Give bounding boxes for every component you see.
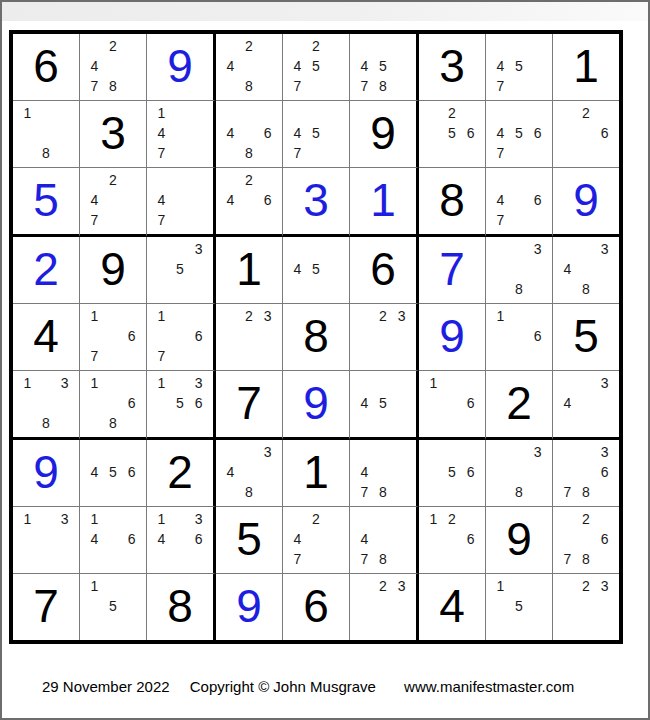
pencil-mark-5: 5: [374, 56, 393, 76]
pencil-marks: 16: [486, 304, 552, 370]
pencil-mark-7: 7: [152, 143, 171, 163]
pencil-mark-5: 5: [104, 462, 123, 482]
cell-r4c8[interactable]: 38: [486, 237, 553, 304]
cell-value: 2: [486, 371, 552, 437]
pencil-mark-6: 6: [189, 393, 208, 413]
cell-r2c1[interactable]: 18: [13, 101, 80, 168]
pencil-mark-7: 7: [491, 76, 510, 96]
cell-value: 4: [419, 574, 485, 640]
pencil-mark-4: 4: [355, 462, 374, 482]
pencil-mark-3: 3: [258, 442, 277, 462]
cell-r3c3[interactable]: 47: [147, 168, 216, 237]
cell-r5c2[interactable]: 167: [80, 304, 147, 371]
cell-value: 9: [216, 574, 282, 640]
pencil-mark-4: 4: [355, 56, 374, 76]
cell-value: 1: [553, 34, 619, 100]
pencil-marks: 147: [147, 101, 213, 167]
pencil-marks: 478: [350, 440, 416, 506]
cell-r6c7[interactable]: 16: [419, 371, 486, 440]
pencil-mark-8: 8: [104, 76, 123, 96]
pencil-mark-3: 3: [392, 576, 411, 596]
pencil-mark-6: 6: [461, 462, 480, 482]
pencil-mark-3: 3: [595, 373, 614, 393]
cell-r2c6[interactable]: 9: [350, 101, 419, 168]
pencil-marks: 138: [13, 371, 79, 437]
pencil-mark-5: 5: [171, 393, 190, 413]
pencil-marks: 23: [216, 304, 282, 370]
pencil-marks: 457: [283, 101, 349, 167]
cell-r4c4[interactable]: 1: [216, 237, 283, 304]
cell-r4c1[interactable]: 2: [13, 237, 80, 304]
pencil-mark-4: 4: [288, 259, 307, 279]
pencil-mark-6: 6: [461, 123, 480, 143]
pencil-marks: 47: [147, 168, 213, 234]
pencil-mark-2: 2: [104, 36, 123, 56]
pencil-mark-4: 4: [288, 529, 307, 549]
cell-r7c9[interactable]: 3678: [553, 440, 619, 507]
window-titlebar: [2, 2, 648, 21]
pencil-mark-7: 7: [558, 482, 577, 502]
cell-r3c7[interactable]: 8: [419, 168, 486, 237]
cell-r9c5[interactable]: 6: [283, 574, 350, 640]
pencil-mark-3: 3: [189, 509, 208, 529]
pencil-mark-8: 8: [240, 143, 259, 163]
pencil-mark-7: 7: [355, 76, 374, 96]
pencil-mark-6: 6: [528, 123, 547, 143]
pencil-mark-1: 1: [85, 306, 104, 326]
cell-r8c5[interactable]: 247: [283, 507, 350, 574]
pencil-mark-6: 6: [595, 123, 614, 143]
pencil-mark-3: 3: [55, 509, 74, 529]
pencil-mark-4: 4: [288, 56, 307, 76]
cell-r9c2[interactable]: 15: [80, 574, 147, 640]
pencil-marks: 348: [553, 237, 619, 303]
pencil-mark-6: 6: [122, 462, 141, 482]
pencil-marks: 348: [216, 440, 282, 506]
pencil-mark-1: 1: [424, 373, 443, 393]
pencil-mark-8: 8: [37, 413, 56, 433]
cell-value: 1: [216, 237, 282, 303]
cell-r5c8[interactable]: 16: [486, 304, 553, 371]
pencil-marks: 456: [80, 440, 146, 506]
cell-value: 8: [419, 168, 485, 234]
cell-value: 2: [147, 440, 213, 506]
pencil-marks: 478: [350, 507, 416, 573]
pencil-marks: 56: [419, 440, 485, 506]
pencil-mark-1: 1: [491, 306, 510, 326]
pencil-marks: 3678: [553, 440, 619, 506]
pencil-mark-8: 8: [374, 76, 393, 96]
cell-value: 3: [80, 101, 146, 167]
pencil-mark-3: 3: [528, 239, 547, 259]
pencil-mark-4: 4: [491, 123, 510, 143]
pencil-mark-4: 4: [85, 56, 104, 76]
pencil-marks: 247: [283, 507, 349, 573]
pencil-mark-4: 4: [288, 123, 307, 143]
pencil-mark-7: 7: [288, 76, 307, 96]
pencil-mark-4: 4: [85, 529, 104, 549]
cell-value: 3: [419, 34, 485, 100]
pencil-marks: 167: [147, 304, 213, 370]
cell-value: 3: [283, 168, 349, 234]
pencil-marks: 246: [216, 168, 282, 234]
cell-r3c2[interactable]: 247: [80, 168, 147, 237]
pencil-mark-7: 7: [491, 210, 510, 230]
pencil-mark-7: 7: [152, 210, 171, 230]
pencil-marks: 13: [13, 507, 79, 573]
cell-r3c8[interactable]: 467: [486, 168, 553, 237]
cell-r1c8[interactable]: 457: [486, 34, 553, 101]
cell-r4c5[interactable]: 45: [283, 237, 350, 304]
cell-r6c4[interactable]: 7: [216, 371, 283, 440]
pencil-mark-4: 4: [85, 462, 104, 482]
pencil-marks: 256: [419, 101, 485, 167]
pencil-mark-2: 2: [307, 509, 326, 529]
cell-r7c1[interactable]: 9: [13, 440, 80, 507]
pencil-mark-4: 4: [355, 393, 374, 413]
pencil-mark-4: 4: [558, 393, 577, 413]
cell-r9c9[interactable]: 23: [553, 574, 619, 640]
cell-value: 5: [13, 168, 79, 234]
footer: 29 November 2022 Copyright © John Musgra…: [42, 678, 574, 695]
pencil-mark-3: 3: [189, 373, 208, 393]
cell-r5c6[interactable]: 23: [350, 304, 419, 371]
pencil-mark-3: 3: [595, 239, 614, 259]
cell-value: 5: [553, 304, 619, 370]
pencil-marks: 23: [350, 574, 416, 640]
cell-r4c3[interactable]: 35: [147, 237, 216, 304]
cell-r5c4[interactable]: 23: [216, 304, 283, 371]
pencil-marks: 2457: [283, 34, 349, 100]
cell-r7c6[interactable]: 478: [350, 440, 419, 507]
cell-value: 4: [13, 304, 79, 370]
pencil-mark-2: 2: [443, 103, 462, 123]
cell-r4c6[interactable]: 6: [350, 237, 419, 304]
cell-r8c1[interactable]: 13: [13, 507, 80, 574]
pencil-mark-4: 4: [221, 190, 240, 210]
pencil-mark-8: 8: [577, 482, 596, 502]
cell-value: 1: [350, 168, 416, 234]
cell-value: 8: [283, 304, 349, 370]
cell-r3c6[interactable]: 1: [350, 168, 419, 237]
pencil-mark-4: 4: [221, 462, 240, 482]
footer-website: www.manifestmaster.com: [404, 678, 574, 695]
cell-r7c7[interactable]: 56: [419, 440, 486, 507]
pencil-mark-8: 8: [510, 482, 529, 502]
pencil-mark-5: 5: [510, 596, 529, 616]
pencil-mark-2: 2: [240, 170, 259, 190]
pencil-mark-4: 4: [85, 190, 104, 210]
cell-value: 9: [419, 304, 485, 370]
cell-r7c4[interactable]: 348: [216, 440, 283, 507]
pencil-mark-3: 3: [55, 373, 74, 393]
cell-r4c7[interactable]: 7: [419, 237, 486, 304]
pencil-mark-4: 4: [152, 123, 171, 143]
cell-r2c9[interactable]: 26: [553, 101, 619, 168]
pencil-mark-6: 6: [122, 326, 141, 346]
cell-r7c2[interactable]: 456: [80, 440, 147, 507]
cell-r2c4[interactable]: 468: [216, 101, 283, 168]
pencil-mark-7: 7: [152, 346, 171, 366]
pencil-mark-1: 1: [18, 103, 37, 123]
pencil-mark-5: 5: [510, 56, 529, 76]
cell-r3c9[interactable]: 9: [553, 168, 619, 237]
cell-r9c6[interactable]: 23: [350, 574, 419, 640]
cell-r1c2[interactable]: 2478: [80, 34, 147, 101]
cell-r4c2[interactable]: 9: [80, 237, 147, 304]
cell-value: 5: [216, 507, 282, 573]
pencil-mark-6: 6: [258, 190, 277, 210]
cell-r6c1[interactable]: 138: [13, 371, 80, 440]
cell-r8c9[interactable]: 2678: [553, 507, 619, 574]
pencil-mark-3: 3: [595, 442, 614, 462]
pencil-mark-1: 1: [85, 509, 104, 529]
pencil-mark-8: 8: [37, 143, 56, 163]
pencil-mark-1: 1: [424, 509, 443, 529]
pencil-marks: 18: [13, 101, 79, 167]
cell-r8c8[interactable]: 9: [486, 507, 553, 574]
pencil-marks: 167: [80, 304, 146, 370]
cell-value: 9: [13, 440, 79, 506]
pencil-mark-4: 4: [152, 190, 171, 210]
pencil-mark-7: 7: [558, 549, 577, 569]
pencil-mark-6: 6: [461, 529, 480, 549]
cell-value: 6: [283, 574, 349, 640]
pencil-marks: 26: [553, 101, 619, 167]
pencil-mark-8: 8: [374, 549, 393, 569]
cell-value: 9: [553, 168, 619, 234]
pencil-mark-1: 1: [18, 509, 37, 529]
pencil-marks: 467: [486, 168, 552, 234]
cell-r2c7[interactable]: 256: [419, 101, 486, 168]
pencil-mark-1: 1: [85, 373, 104, 393]
pencil-mark-5: 5: [307, 123, 326, 143]
cell-r1c7[interactable]: 3: [419, 34, 486, 101]
pencil-marks: 35: [147, 237, 213, 303]
pencil-mark-5: 5: [171, 259, 190, 279]
pencil-mark-3: 3: [528, 442, 547, 462]
pencil-mark-5: 5: [104, 596, 123, 616]
puzzle-window: 6247892482457457834571183147468457925645…: [0, 0, 650, 720]
pencil-mark-4: 4: [152, 529, 171, 549]
pencil-marks: 168: [80, 371, 146, 437]
cell-r5c3[interactable]: 167: [147, 304, 216, 371]
pencil-mark-2: 2: [577, 509, 596, 529]
pencil-marks: 2678: [553, 507, 619, 573]
cell-r6c3[interactable]: 1356: [147, 371, 216, 440]
cell-value: 7: [216, 371, 282, 437]
pencil-marks: 45: [283, 237, 349, 303]
cell-r5c5[interactable]: 8: [283, 304, 350, 371]
sudoku-board: 6247892482457457834571183147468457925645…: [9, 30, 623, 644]
pencil-marks: 4578: [350, 34, 416, 100]
pencil-mark-2: 2: [240, 306, 259, 326]
pencil-marks: 4567: [486, 101, 552, 167]
pencil-mark-3: 3: [189, 239, 208, 259]
cell-r1c5[interactable]: 2457: [283, 34, 350, 101]
cell-r2c2[interactable]: 3: [80, 101, 147, 168]
cell-value: 9: [147, 34, 213, 100]
cell-r5c7[interactable]: 9: [419, 304, 486, 371]
cell-value: 9: [283, 371, 349, 437]
pencil-mark-6: 6: [595, 462, 614, 482]
cell-r9c3[interactable]: 8: [147, 574, 216, 640]
pencil-mark-4: 4: [491, 56, 510, 76]
cell-r8c4[interactable]: 5: [216, 507, 283, 574]
footer-date: 29 November 2022: [42, 678, 170, 695]
pencil-mark-2: 2: [443, 509, 462, 529]
pencil-mark-4: 4: [221, 56, 240, 76]
cell-r5c9[interactable]: 5: [553, 304, 619, 371]
pencil-mark-3: 3: [392, 306, 411, 326]
pencil-mark-1: 1: [491, 576, 510, 596]
pencil-mark-4: 4: [221, 123, 240, 143]
cell-r1c3[interactable]: 9: [147, 34, 216, 101]
pencil-mark-6: 6: [122, 393, 141, 413]
pencil-mark-8: 8: [510, 279, 529, 299]
cell-r7c8[interactable]: 38: [486, 440, 553, 507]
footer-copyright: Copyright © John Musgrave: [190, 678, 376, 695]
pencil-mark-4: 4: [491, 190, 510, 210]
cell-value: 9: [80, 237, 146, 303]
cell-value: 9: [350, 101, 416, 167]
pencil-mark-5: 5: [510, 123, 529, 143]
cell-r1c9[interactable]: 1: [553, 34, 619, 101]
cell-value: 2: [13, 237, 79, 303]
pencil-mark-2: 2: [240, 36, 259, 56]
cell-r6c8[interactable]: 2: [486, 371, 553, 440]
cell-r2c5[interactable]: 457: [283, 101, 350, 168]
cell-r8c2[interactable]: 146: [80, 507, 147, 574]
cell-value: 7: [419, 237, 485, 303]
pencil-marks: 247: [80, 168, 146, 234]
cell-r8c6[interactable]: 478: [350, 507, 419, 574]
pencil-mark-4: 4: [558, 259, 577, 279]
pencil-marks: 457: [486, 34, 552, 100]
pencil-mark-2: 2: [374, 306, 393, 326]
pencil-mark-3: 3: [595, 576, 614, 596]
cell-r6c9[interactable]: 34: [553, 371, 619, 440]
cell-r2c8[interactable]: 4567: [486, 101, 553, 168]
pencil-marks: 15: [486, 574, 552, 640]
cell-r3c5[interactable]: 3: [283, 168, 350, 237]
pencil-mark-8: 8: [577, 279, 596, 299]
pencil-mark-6: 6: [189, 529, 208, 549]
cell-value: 6: [350, 237, 416, 303]
pencil-mark-1: 1: [152, 373, 171, 393]
pencil-mark-6: 6: [122, 529, 141, 549]
pencil-mark-6: 6: [461, 393, 480, 413]
cell-r6c6[interactable]: 45: [350, 371, 419, 440]
pencil-mark-1: 1: [152, 306, 171, 326]
pencil-mark-6: 6: [258, 123, 277, 143]
cell-value: 1: [283, 440, 349, 506]
pencil-mark-5: 5: [374, 393, 393, 413]
pencil-marks: 146: [80, 507, 146, 573]
pencil-mark-5: 5: [307, 259, 326, 279]
pencil-marks: 45: [350, 371, 416, 437]
cell-r9c1[interactable]: 7: [13, 574, 80, 640]
pencil-mark-6: 6: [189, 326, 208, 346]
pencil-mark-8: 8: [104, 413, 123, 433]
cell-r3c4[interactable]: 246: [216, 168, 283, 237]
pencil-marks: 38: [486, 440, 552, 506]
pencil-marks: 23: [553, 574, 619, 640]
cell-r6c2[interactable]: 168: [80, 371, 147, 440]
pencil-mark-6: 6: [528, 190, 547, 210]
pencil-marks: 16: [419, 371, 485, 437]
pencil-mark-6: 6: [595, 529, 614, 549]
pencil-mark-7: 7: [288, 143, 307, 163]
cell-r7c3[interactable]: 2: [147, 440, 216, 507]
pencil-mark-1: 1: [18, 373, 37, 393]
pencil-mark-7: 7: [85, 76, 104, 96]
pencil-mark-1: 1: [152, 103, 171, 123]
cell-r1c6[interactable]: 4578: [350, 34, 419, 101]
pencil-mark-8: 8: [240, 76, 259, 96]
pencil-mark-7: 7: [355, 482, 374, 502]
cell-r1c4[interactable]: 248: [216, 34, 283, 101]
pencil-mark-1: 1: [152, 509, 171, 529]
pencil-mark-2: 2: [307, 36, 326, 56]
pencil-marks: 126: [419, 507, 485, 573]
cell-r8c7[interactable]: 126: [419, 507, 486, 574]
pencil-mark-5: 5: [307, 56, 326, 76]
cell-value: 8: [147, 574, 213, 640]
pencil-marks: 23: [350, 304, 416, 370]
pencil-mark-2: 2: [577, 103, 596, 123]
pencil-marks: 1356: [147, 371, 213, 437]
pencil-mark-5: 5: [443, 123, 462, 143]
cell-r9c4[interactable]: 9: [216, 574, 283, 640]
cell-r6c5[interactable]: 9: [283, 371, 350, 440]
pencil-mark-8: 8: [577, 549, 596, 569]
pencil-marks: 1346: [147, 507, 213, 573]
cell-value: 6: [13, 34, 79, 100]
cell-r9c8[interactable]: 15: [486, 574, 553, 640]
cell-r8c3[interactable]: 1346: [147, 507, 216, 574]
pencil-mark-2: 2: [374, 576, 393, 596]
cell-value: 7: [13, 574, 79, 640]
cell-value: 9: [486, 507, 552, 573]
cell-r7c5[interactable]: 1: [283, 440, 350, 507]
pencil-mark-7: 7: [288, 549, 307, 569]
cell-r5c1[interactable]: 4: [13, 304, 80, 371]
pencil-marks: 468: [216, 101, 282, 167]
pencil-mark-7: 7: [355, 549, 374, 569]
pencil-mark-7: 7: [85, 346, 104, 366]
pencil-marks: 34: [553, 371, 619, 437]
pencil-mark-4: 4: [355, 529, 374, 549]
pencil-mark-8: 8: [240, 482, 259, 502]
pencil-mark-3: 3: [258, 306, 277, 326]
pencil-mark-7: 7: [85, 210, 104, 230]
cell-r4c9[interactable]: 348: [553, 237, 619, 304]
pencil-marks: 15: [80, 574, 146, 640]
pencil-marks: 38: [486, 237, 552, 303]
cell-r2c3[interactable]: 147: [147, 101, 216, 168]
pencil-mark-2: 2: [577, 576, 596, 596]
pencil-mark-6: 6: [528, 326, 547, 346]
cell-r1c1[interactable]: 6: [13, 34, 80, 101]
pencil-mark-5: 5: [443, 462, 462, 482]
cell-r3c1[interactable]: 5: [13, 168, 80, 237]
pencil-marks: 2478: [80, 34, 146, 100]
pencil-mark-8: 8: [374, 482, 393, 502]
pencil-mark-2: 2: [104, 170, 123, 190]
cell-r9c7[interactable]: 4: [419, 574, 486, 640]
pencil-marks: 248: [216, 34, 282, 100]
